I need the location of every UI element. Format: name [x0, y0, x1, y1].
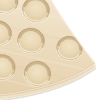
product-photo-scene: [0, 0, 100, 100]
wooden-tray-board: [0, 0, 100, 100]
